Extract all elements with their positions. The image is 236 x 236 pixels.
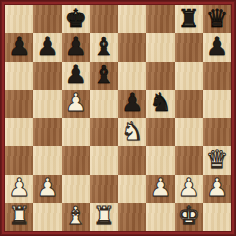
square-f8[interactable]	[146, 5, 174, 33]
piece-white-bishop[interactable]: ♝	[64, 203, 86, 228]
square-d7[interactable]: ♝	[90, 33, 118, 61]
piece-black-rook[interactable]: ♜	[177, 6, 199, 31]
square-e4[interactable]: ♞	[118, 118, 146, 146]
square-f6[interactable]	[146, 62, 174, 90]
piece-white-knight[interactable]: ♞	[121, 119, 143, 144]
square-d4[interactable]	[90, 118, 118, 146]
square-f2[interactable]: ♟	[146, 175, 174, 203]
piece-white-pawn[interactable]: ♟	[206, 175, 228, 200]
square-b7[interactable]: ♟	[33, 33, 61, 61]
square-f5[interactable]: ♞	[146, 90, 174, 118]
piece-white-queen[interactable]: ♛	[206, 147, 228, 172]
square-h5[interactable]	[203, 90, 231, 118]
piece-black-queen[interactable]: ♛	[206, 6, 228, 31]
piece-black-king[interactable]: ♚	[64, 6, 86, 31]
square-e5[interactable]: ♟	[118, 90, 146, 118]
square-b3[interactable]	[33, 146, 61, 174]
piece-white-king[interactable]: ♚	[177, 203, 199, 228]
square-g5[interactable]	[175, 90, 203, 118]
square-d6[interactable]: ♝	[90, 62, 118, 90]
piece-white-pawn[interactable]: ♟	[36, 175, 58, 200]
square-h2[interactable]: ♟	[203, 175, 231, 203]
square-e3[interactable]	[118, 146, 146, 174]
square-c3[interactable]	[62, 146, 90, 174]
square-a3[interactable]	[5, 146, 33, 174]
square-e1[interactable]	[118, 203, 146, 231]
square-b8[interactable]	[33, 5, 61, 33]
square-h8[interactable]: ♛	[203, 5, 231, 33]
piece-white-pawn[interactable]: ♟	[8, 175, 30, 200]
square-g7[interactable]	[175, 33, 203, 61]
piece-black-pawn[interactable]: ♟	[8, 34, 30, 59]
piece-white-pawn[interactable]: ♟	[64, 90, 86, 115]
piece-white-rook[interactable]: ♜	[93, 203, 115, 228]
square-a6[interactable]	[5, 62, 33, 90]
piece-black-bishop[interactable]: ♝	[93, 34, 115, 59]
square-d8[interactable]	[90, 5, 118, 33]
piece-white-rook[interactable]: ♜	[8, 203, 30, 228]
square-g3[interactable]	[175, 146, 203, 174]
square-d1[interactable]: ♜	[90, 203, 118, 231]
square-c7[interactable]: ♟	[62, 33, 90, 61]
square-g1[interactable]: ♚	[175, 203, 203, 231]
square-e8[interactable]	[118, 5, 146, 33]
square-b1[interactable]	[33, 203, 61, 231]
square-a5[interactable]	[5, 90, 33, 118]
square-g2[interactable]: ♟	[175, 175, 203, 203]
square-a4[interactable]	[5, 118, 33, 146]
square-h7[interactable]: ♟	[203, 33, 231, 61]
square-c1[interactable]: ♝	[62, 203, 90, 231]
piece-black-pawn[interactable]: ♟	[64, 34, 86, 59]
square-g8[interactable]: ♜	[175, 5, 203, 33]
square-b5[interactable]	[33, 90, 61, 118]
chessboard-frame: ♚♜♛♟♟♟♝♟♟♝♟♟♞♞♛♟♟♟♟♟♜♝♜♚	[0, 0, 236, 236]
square-g6[interactable]	[175, 62, 203, 90]
square-b4[interactable]	[33, 118, 61, 146]
square-h1[interactable]	[203, 203, 231, 231]
square-c4[interactable]	[62, 118, 90, 146]
piece-black-knight[interactable]: ♞	[149, 90, 171, 115]
piece-black-pawn[interactable]: ♟	[36, 34, 58, 59]
square-f1[interactable]	[146, 203, 174, 231]
square-f3[interactable]	[146, 146, 174, 174]
square-c8[interactable]: ♚	[62, 5, 90, 33]
square-d5[interactable]	[90, 90, 118, 118]
piece-black-pawn[interactable]: ♟	[121, 90, 143, 115]
square-c5[interactable]: ♟	[62, 90, 90, 118]
square-h4[interactable]	[203, 118, 231, 146]
square-f7[interactable]	[146, 33, 174, 61]
square-b2[interactable]: ♟	[33, 175, 61, 203]
square-a2[interactable]: ♟	[5, 175, 33, 203]
piece-black-pawn[interactable]: ♟	[206, 34, 228, 59]
piece-black-bishop[interactable]: ♝	[93, 62, 115, 87]
square-b6[interactable]	[33, 62, 61, 90]
square-g4[interactable]	[175, 118, 203, 146]
square-e6[interactable]	[118, 62, 146, 90]
square-d2[interactable]	[90, 175, 118, 203]
square-e2[interactable]	[118, 175, 146, 203]
square-d3[interactable]	[90, 146, 118, 174]
piece-white-pawn[interactable]: ♟	[177, 175, 199, 200]
square-h6[interactable]	[203, 62, 231, 90]
square-c6[interactable]: ♟	[62, 62, 90, 90]
square-c2[interactable]	[62, 175, 90, 203]
square-h3[interactable]: ♛	[203, 146, 231, 174]
square-a1[interactable]: ♜	[5, 203, 33, 231]
piece-white-pawn[interactable]: ♟	[149, 175, 171, 200]
square-e7[interactable]	[118, 33, 146, 61]
square-a7[interactable]: ♟	[5, 33, 33, 61]
square-a8[interactable]	[5, 5, 33, 33]
square-f4[interactable]	[146, 118, 174, 146]
chess-board: ♚♜♛♟♟♟♝♟♟♝♟♟♞♞♛♟♟♟♟♟♜♝♜♚	[5, 5, 231, 231]
piece-black-pawn[interactable]: ♟	[64, 62, 86, 87]
